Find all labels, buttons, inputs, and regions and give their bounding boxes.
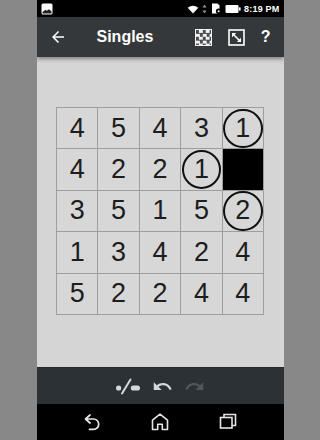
cell-r3c5[interactable]: 2 [223,191,263,231]
cell-r3c4[interactable]: 5 [181,191,221,231]
cell-r2c4[interactable]: 1 [181,149,221,189]
cell-number: 1 [152,195,167,226]
cell-r5c5[interactable]: 4 [223,274,263,314]
cell-number: 4 [152,113,167,144]
cell-number: 4 [152,237,167,268]
board: 454314221351521342452244 [56,107,264,315]
content-area: 454314221351521342452244 [37,57,284,367]
cell-r1c4[interactable]: 3 [181,108,221,148]
cell-r2c2[interactable]: 2 [98,149,138,189]
cell-number: 2 [111,278,126,309]
cell-r2c5[interactable] [223,149,263,189]
resize-board-icon[interactable] [228,29,245,46]
storage-prep-icon [210,3,222,14]
android-nav-bar [37,404,284,440]
cell-number: 4 [70,154,85,185]
app-bar: Singles ? [37,17,284,57]
checkerboard-icon[interactable] [195,29,212,46]
cell-number: 2 [194,237,209,268]
cell-number: 5 [111,195,126,226]
bottom-toolbar [37,367,284,404]
page-title: Singles [97,28,179,46]
cell-number: 4 [70,113,85,144]
cell-r1c2[interactable]: 5 [98,108,138,148]
nav-recents-icon[interactable] [216,410,240,434]
checkerboard-glyph [195,29,212,46]
cell-number: 2 [111,154,126,185]
screenshot-icon [41,3,53,15]
cell-number: 1 [194,154,209,185]
cell-r3c3[interactable]: 1 [140,191,180,231]
cell-r1c1[interactable]: 4 [57,108,97,148]
cell-number: 1 [70,237,85,268]
nav-home-icon[interactable] [148,410,172,434]
network-activity-icon [202,4,207,14]
cell-number: 3 [194,113,209,144]
cell-r4c2[interactable]: 3 [98,232,138,272]
status-time: 8:19 PM [244,4,279,14]
cell-number: 3 [111,237,126,268]
cell-r2c1[interactable]: 4 [57,149,97,189]
cell-r4c5[interactable]: 4 [223,232,263,272]
cell-r3c2[interactable]: 5 [98,191,138,231]
cell-number: 2 [152,278,167,309]
undo-icon[interactable] [152,376,173,397]
cell-r2c3[interactable]: 2 [140,149,180,189]
cell-r3c1[interactable]: 3 [57,191,97,231]
help-icon[interactable]: ? [261,28,271,46]
cell-r4c4[interactable]: 2 [181,232,221,272]
cell-number: 2 [152,154,167,185]
redo-icon[interactable] [184,376,205,397]
cell-r4c1[interactable]: 1 [57,232,97,272]
cell-number: 1 [235,113,250,144]
mark-mode-toggle-icon[interactable] [115,377,141,396]
cell-r5c1[interactable]: 5 [57,274,97,314]
cell-r4c3[interactable]: 4 [140,232,180,272]
cell-number: 4 [235,278,250,309]
back-arrow-icon[interactable] [49,28,67,46]
status-bar: 8:19 PM [37,0,284,17]
cell-number: 5 [194,195,209,226]
cell-r1c3[interactable]: 4 [140,108,180,148]
cell-number: 4 [194,278,209,309]
cell-r5c4[interactable]: 4 [181,274,221,314]
cell-r5c3[interactable]: 2 [140,274,180,314]
nav-back-icon[interactable] [80,410,104,434]
cell-number: 4 [235,237,250,268]
cell-r5c2[interactable]: 2 [98,274,138,314]
wifi-icon [187,4,199,14]
battery-icon [225,4,241,14]
cell-number: 3 [70,195,85,226]
cell-number: 5 [70,278,85,309]
cell-number: 2 [235,195,250,226]
phone-screen: 8:19 PM Singles ? 4543142213515213424522… [37,0,284,440]
cell-r1c5[interactable]: 1 [223,108,263,148]
cell-number: 5 [111,113,126,144]
